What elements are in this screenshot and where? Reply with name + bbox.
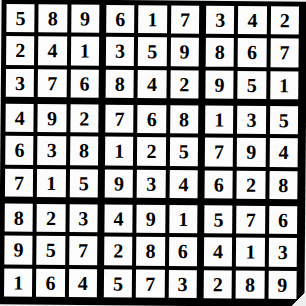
cell-r8c3[interactable]: 7: [69, 236, 98, 265]
cell-r6c9[interactable]: 8: [269, 171, 298, 200]
cell-r4c7[interactable]: 1: [205, 106, 234, 135]
cell-r8c2[interactable]: 5: [37, 236, 66, 265]
cell-r6c6[interactable]: 4: [169, 170, 198, 199]
cell-r2c1[interactable]: 2: [6, 36, 35, 65]
cell-r4c4[interactable]: 7: [105, 105, 134, 134]
cell-r4c6[interactable]: 8: [170, 105, 199, 134]
cell-r8c4[interactable]: 2: [104, 237, 133, 266]
cell-r2c2[interactable]: 4: [38, 37, 67, 66]
cell-r2c8[interactable]: 6: [238, 38, 267, 67]
sudoku-box-3: 342867951: [205, 6, 299, 100]
cell-r1c1[interactable]: 5: [6, 4, 35, 33]
cell-r4c2[interactable]: 9: [38, 104, 67, 133]
cell-r1c2[interactable]: 8: [39, 4, 68, 33]
cell-r3c9[interactable]: 1: [270, 71, 299, 100]
sudoku-box-9: 576413289: [204, 205, 298, 299]
cell-r6c4[interactable]: 9: [105, 169, 134, 198]
cell-r6c2[interactable]: 1: [37, 169, 66, 198]
cell-r4c8[interactable]: 3: [237, 106, 266, 135]
cell-r8c8[interactable]: 1: [236, 238, 265, 267]
cell-r9c4[interactable]: 5: [104, 269, 133, 298]
cell-r7c2[interactable]: 2: [37, 204, 66, 233]
cell-r1c5[interactable]: 1: [138, 5, 167, 34]
cell-r5c4[interactable]: 1: [105, 137, 134, 166]
cell-r1c9[interactable]: 2: [270, 6, 299, 35]
cell-r2c4[interactable]: 3: [106, 37, 135, 66]
cell-r5c3[interactable]: 8: [70, 137, 99, 166]
cell-r8c5[interactable]: 8: [136, 237, 165, 266]
cell-r9c1[interactable]: 1: [4, 268, 33, 297]
cell-r5c8[interactable]: 9: [237, 138, 266, 167]
cell-r1c4[interactable]: 6: [106, 5, 135, 34]
cell-r7c8[interactable]: 7: [236, 206, 265, 235]
cell-r7c7[interactable]: 5: [204, 205, 233, 234]
cell-r5c5[interactable]: 2: [137, 137, 166, 166]
cell-r3c1[interactable]: 3: [6, 69, 35, 98]
cell-r3c8[interactable]: 5: [238, 71, 267, 100]
sudoku-frame: 5892413766173598423428679514926387157681…: [0, 0, 306, 306]
cell-r1c3[interactable]: 9: [71, 5, 100, 34]
cell-r3c2[interactable]: 7: [38, 69, 67, 98]
cell-r4c5[interactable]: 6: [138, 105, 167, 134]
sudoku-box-6: 135794628: [205, 106, 299, 200]
cell-r5c6[interactable]: 5: [170, 138, 199, 167]
cell-r9c6[interactable]: 3: [168, 270, 197, 299]
sudoku-box-1: 589241376: [6, 4, 100, 98]
cell-r2c3[interactable]: 1: [71, 37, 100, 66]
sudoku-board: 5892413766173598423428679514926387157681…: [0, 0, 306, 306]
cell-r1c7[interactable]: 3: [206, 6, 235, 35]
cell-r3c5[interactable]: 4: [138, 70, 167, 99]
cell-r8c6[interactable]: 6: [169, 237, 198, 266]
sudoku-box-2: 617359842: [106, 5, 200, 99]
cell-r2c5[interactable]: 5: [138, 37, 167, 66]
cell-r8c1[interactable]: 9: [4, 236, 33, 265]
cell-r5c1[interactable]: 6: [5, 136, 34, 165]
cell-r6c5[interactable]: 3: [137, 169, 166, 198]
cell-r6c8[interactable]: 2: [237, 170, 266, 199]
sudoku-box-7: 823957164: [4, 204, 98, 298]
cell-r7c4[interactable]: 4: [104, 204, 133, 233]
cell-r7c3[interactable]: 3: [69, 204, 98, 233]
cell-r3c4[interactable]: 8: [106, 69, 135, 98]
cell-r5c2[interactable]: 3: [37, 136, 66, 165]
cell-r7c6[interactable]: 1: [169, 205, 198, 234]
cell-r9c3[interactable]: 4: [69, 269, 98, 298]
cell-r9c2[interactable]: 6: [36, 268, 65, 297]
cell-r3c3[interactable]: 6: [70, 69, 99, 98]
cell-r7c9[interactable]: 6: [269, 206, 298, 235]
cell-r9c8[interactable]: 8: [236, 270, 265, 299]
cell-r7c5[interactable]: 9: [137, 205, 166, 234]
cell-r6c1[interactable]: 7: [5, 168, 34, 197]
sudoku-box-8: 491286573: [104, 204, 198, 298]
cell-r6c3[interactable]: 5: [69, 169, 98, 198]
cell-r9c5[interactable]: 7: [136, 269, 165, 298]
cell-r9c7[interactable]: 2: [204, 270, 233, 299]
cell-r1c8[interactable]: 4: [238, 6, 267, 35]
cell-r4c3[interactable]: 2: [70, 104, 99, 133]
cell-r4c1[interactable]: 4: [5, 104, 34, 133]
cell-r2c7[interactable]: 8: [206, 38, 235, 67]
cell-r8c7[interactable]: 4: [204, 238, 233, 267]
cell-r3c6[interactable]: 2: [170, 70, 199, 99]
cell-r8c9[interactable]: 3: [268, 238, 297, 267]
cell-r9c9[interactable]: 9: [268, 270, 297, 299]
cell-r7c1[interactable]: 8: [5, 204, 34, 233]
sudoku-box-5: 768125934: [105, 105, 199, 199]
cell-r5c9[interactable]: 4: [269, 138, 298, 167]
cell-r6c7[interactable]: 6: [205, 170, 234, 199]
cell-r5c7[interactable]: 7: [205, 138, 234, 167]
cell-r3c7[interactable]: 9: [205, 70, 234, 99]
cell-r2c6[interactable]: 9: [170, 38, 199, 67]
cell-r1c6[interactable]: 7: [171, 5, 200, 34]
cell-r2c9[interactable]: 7: [270, 39, 299, 68]
cell-r4c9[interactable]: 5: [270, 106, 299, 135]
sudoku-box-4: 492638715: [5, 104, 99, 198]
